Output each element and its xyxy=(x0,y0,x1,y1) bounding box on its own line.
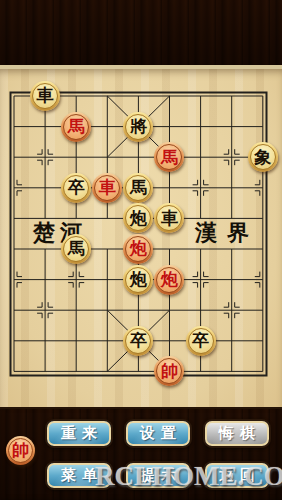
piece-red-horse[interactable]: 馬 xyxy=(154,142,184,172)
piece-label: 車 xyxy=(32,83,58,109)
piece-label: 車 xyxy=(94,175,120,201)
piece-label: 卒 xyxy=(125,328,151,354)
piece-label: 炮 xyxy=(156,267,182,293)
back-button[interactable]: 返回 xyxy=(203,461,271,490)
piece-red-cannon[interactable]: 炮 xyxy=(123,234,153,264)
piece-label: 帥 xyxy=(156,358,182,384)
piece-red-horse[interactable]: 馬 xyxy=(61,112,91,142)
piece-label: 將 xyxy=(125,114,151,140)
xiangqi-board[interactable]: 車馬將馬象卒車馬炮車馬炮炮炮卒卒帥 xyxy=(0,81,278,387)
piece-label: 馬 xyxy=(63,114,89,140)
piece-label: 象 xyxy=(250,144,276,170)
piece-black-cannon[interactable]: 炮 xyxy=(123,203,153,233)
menu-button[interactable]: 菜单 xyxy=(45,461,113,490)
piece-black-rook[interactable]: 車 xyxy=(154,203,184,233)
piece-red-cannon[interactable]: 炮 xyxy=(154,265,184,295)
restart-button[interactable]: 重来 xyxy=(45,419,113,448)
piece-black-horse[interactable]: 馬 xyxy=(123,173,153,203)
piece-label: 馬 xyxy=(156,144,182,170)
piece-black-soldier[interactable]: 卒 xyxy=(123,326,153,356)
piece-label: 卒 xyxy=(188,328,214,354)
piece-black-soldier[interactable]: 卒 xyxy=(61,173,91,203)
piece-label: 炮 xyxy=(125,267,151,293)
settings-button[interactable]: 设置 xyxy=(124,419,192,448)
piece-black-soldier[interactable]: 卒 xyxy=(186,326,216,356)
top-wood-frame xyxy=(0,0,282,67)
piece-black-elephant[interactable]: 象 xyxy=(248,142,278,172)
undo-button[interactable]: 悔棋 xyxy=(203,419,271,448)
turn-indicator-label: 帥 xyxy=(8,438,33,463)
turn-indicator-red-general: 帥 xyxy=(6,436,35,465)
piece-black-rook[interactable]: 車 xyxy=(30,81,60,111)
piece-label: 炮 xyxy=(125,205,151,231)
piece-red-general[interactable]: 帥 xyxy=(154,356,184,386)
piece-label: 車 xyxy=(156,205,182,231)
piece-black-horse[interactable]: 馬 xyxy=(61,234,91,264)
piece-black-cannon[interactable]: 炮 xyxy=(123,265,153,295)
piece-label: 馬 xyxy=(125,175,151,201)
piece-label: 卒 xyxy=(63,175,89,201)
hint-button[interactable]: 提示 xyxy=(124,461,192,490)
piece-label: 炮 xyxy=(125,236,151,262)
piece-label: 馬 xyxy=(63,236,89,262)
piece-red-rook[interactable]: 車 xyxy=(92,173,122,203)
piece-black-general[interactable]: 將 xyxy=(123,112,153,142)
